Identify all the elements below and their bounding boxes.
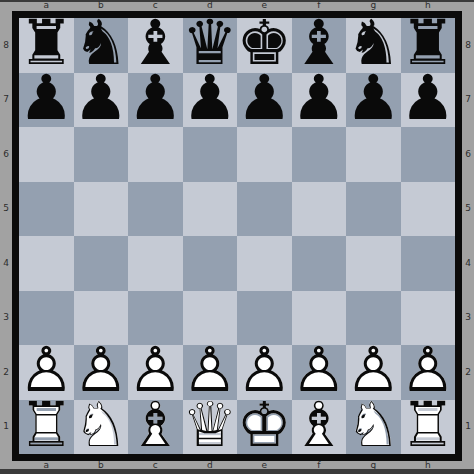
piece-glyph-fill: ♟ — [291, 343, 347, 398]
square-g5[interactable] — [346, 182, 401, 237]
square-d8[interactable]: ♛ — [183, 18, 238, 73]
rank-label-6-left: 6 — [0, 127, 12, 182]
piece-glyph-fill: ♟ — [236, 71, 292, 126]
square-f1[interactable]: ♝♗ — [292, 400, 347, 455]
square-f2[interactable]: ♟♙ — [292, 345, 347, 400]
rank-label-3-right: 3 — [462, 291, 474, 346]
rank-labels-left: 87654321 — [0, 18, 12, 454]
piece-black-pawn: ♟ — [183, 73, 238, 128]
piece-glyph-fill: ♟ — [127, 343, 183, 398]
square-c1[interactable]: ♝♗ — [128, 400, 183, 455]
square-h6[interactable] — [401, 127, 456, 182]
square-c2[interactable]: ♟♙ — [128, 345, 183, 400]
piece-glyph-outline: ♙ — [345, 343, 401, 398]
piece-glyph-fill: ♚ — [236, 16, 292, 71]
rank-label-5-left: 5 — [0, 182, 12, 237]
rank-label-4-left: 4 — [0, 236, 12, 291]
piece-white-knight: ♞♘ — [74, 400, 129, 455]
square-e3[interactable] — [237, 291, 292, 346]
piece-glyph-fill: ♟ — [400, 71, 456, 126]
square-a1[interactable]: ♜♖ — [19, 400, 74, 455]
square-h7[interactable]: ♟ — [401, 73, 456, 128]
piece-glyph-fill: ♚ — [236, 398, 292, 453]
piece-glyph-outline: ♕ — [182, 398, 238, 453]
square-c3[interactable] — [128, 291, 183, 346]
square-h5[interactable] — [401, 182, 456, 237]
piece-black-pawn: ♟ — [74, 73, 129, 128]
piece-glyph-fill: ♜ — [18, 16, 74, 71]
rank-label-5-right: 5 — [462, 182, 474, 237]
piece-glyph-outline: ♖ — [18, 398, 74, 453]
piece-glyph-fill: ♟ — [127, 71, 183, 126]
square-f8[interactable]: ♝ — [292, 18, 347, 73]
square-f3[interactable] — [292, 291, 347, 346]
rank-label-6-right: 6 — [462, 127, 474, 182]
piece-white-pawn: ♟♙ — [74, 345, 129, 400]
piece-white-pawn: ♟♙ — [401, 345, 456, 400]
square-e4[interactable] — [237, 236, 292, 291]
square-b8[interactable]: ♞ — [74, 18, 129, 73]
square-e8[interactable]: ♚ — [237, 18, 292, 73]
square-a7[interactable]: ♟ — [19, 73, 74, 128]
piece-black-pawn: ♟ — [237, 73, 292, 128]
piece-glyph-outline: ♔ — [236, 398, 292, 453]
square-e5[interactable] — [237, 182, 292, 237]
square-d7[interactable]: ♟ — [183, 73, 238, 128]
rank-label-2-left: 2 — [0, 345, 12, 400]
square-f4[interactable] — [292, 236, 347, 291]
piece-glyph-fill: ♟ — [345, 343, 401, 398]
square-a8[interactable]: ♜ — [19, 18, 74, 73]
piece-glyph-outline: ♙ — [400, 343, 456, 398]
square-e1[interactable]: ♚♔ — [237, 400, 292, 455]
piece-black-rook: ♜ — [19, 18, 74, 73]
square-c4[interactable] — [128, 236, 183, 291]
piece-glyph-fill: ♟ — [73, 71, 129, 126]
piece-glyph-outline: ♙ — [182, 343, 238, 398]
square-e7[interactable]: ♟ — [237, 73, 292, 128]
piece-glyph-fill: ♞ — [345, 16, 401, 71]
square-e2[interactable]: ♟♙ — [237, 345, 292, 400]
piece-glyph-fill: ♟ — [291, 71, 347, 126]
piece-glyph-fill: ♟ — [236, 343, 292, 398]
square-c7[interactable]: ♟ — [128, 73, 183, 128]
piece-black-king: ♚ — [237, 18, 292, 73]
piece-black-pawn: ♟ — [401, 73, 456, 128]
piece-glyph-fill: ♜ — [400, 398, 456, 453]
square-g4[interactable] — [346, 236, 401, 291]
file-labels-top: abcdefgh — [19, 1, 455, 10]
piece-white-knight: ♞♘ — [346, 400, 401, 455]
piece-glyph-fill: ♜ — [18, 398, 74, 453]
piece-white-bishop: ♝♗ — [128, 400, 183, 455]
square-d3[interactable] — [183, 291, 238, 346]
square-g3[interactable] — [346, 291, 401, 346]
piece-black-queen: ♛ — [183, 18, 238, 73]
square-a5[interactable] — [19, 182, 74, 237]
square-a4[interactable] — [19, 236, 74, 291]
square-b3[interactable] — [74, 291, 129, 346]
piece-glyph-outline: ♘ — [345, 398, 401, 453]
piece-black-knight: ♞ — [74, 18, 129, 73]
piece-white-pawn: ♟♙ — [346, 345, 401, 400]
piece-black-pawn: ♟ — [292, 73, 347, 128]
chess-board: ♜♞♝♛♚♝♞♜♟♟♟♟♟♟♟♟♟♙♟♙♟♙♟♙♟♙♟♙♟♙♟♙♜♖♞♘♝♗♛♕… — [19, 18, 455, 454]
piece-white-pawn: ♟♙ — [292, 345, 347, 400]
piece-white-rook: ♜♖ — [19, 400, 74, 455]
piece-glyph-fill: ♞ — [345, 398, 401, 453]
square-a6[interactable] — [19, 127, 74, 182]
piece-black-pawn: ♟ — [346, 73, 401, 128]
square-h2[interactable]: ♟♙ — [401, 345, 456, 400]
rank-label-8-left: 8 — [0, 18, 12, 73]
piece-white-rook: ♜♖ — [401, 400, 456, 455]
square-c5[interactable] — [128, 182, 183, 237]
square-c6[interactable] — [128, 127, 183, 182]
board-frame: ♜♞♝♛♚♝♞♜♟♟♟♟♟♟♟♟♟♙♟♙♟♙♟♙♟♙♟♙♟♙♟♙♜♖♞♘♝♗♛♕… — [12, 11, 462, 461]
piece-glyph-fill: ♟ — [73, 343, 129, 398]
file-label-f-top: f — [292, 1, 347, 10]
square-g2[interactable]: ♟♙ — [346, 345, 401, 400]
square-f6[interactable] — [292, 127, 347, 182]
piece-glyph-fill: ♜ — [400, 16, 456, 71]
piece-black-pawn: ♟ — [128, 73, 183, 128]
file-label-d-top: d — [183, 1, 238, 10]
square-b2[interactable]: ♟♙ — [74, 345, 129, 400]
square-g1[interactable]: ♞♘ — [346, 400, 401, 455]
piece-black-knight: ♞ — [346, 18, 401, 73]
piece-glyph-outline: ♘ — [73, 398, 129, 453]
square-b7[interactable]: ♟ — [74, 73, 129, 128]
piece-glyph-fill: ♝ — [291, 398, 347, 453]
square-h1[interactable]: ♜♖ — [401, 400, 456, 455]
rank-label-1-right: 1 — [462, 400, 474, 455]
square-h3[interactable] — [401, 291, 456, 346]
piece-white-bishop: ♝♗ — [292, 400, 347, 455]
piece-glyph-fill: ♛ — [182, 16, 238, 71]
chess-diagram: abcdefgh 87654321 ♜♞♝♛♚♝♞♜♟♟♟♟♟♟♟♟♟♙♟♙♟♙… — [0, 0, 474, 474]
square-h4[interactable] — [401, 236, 456, 291]
square-b5[interactable] — [74, 182, 129, 237]
piece-glyph-fill: ♝ — [127, 398, 183, 453]
piece-glyph-outline: ♙ — [236, 343, 292, 398]
square-c8[interactable]: ♝ — [128, 18, 183, 73]
rank-label-7-right: 7 — [462, 73, 474, 128]
square-h8[interactable]: ♜ — [401, 18, 456, 73]
square-a3[interactable] — [19, 291, 74, 346]
piece-glyph-fill: ♟ — [18, 343, 74, 398]
piece-glyph-fill: ♞ — [73, 398, 129, 453]
piece-glyph-fill: ♞ — [73, 16, 129, 71]
piece-glyph-outline: ♙ — [18, 343, 74, 398]
piece-black-bishop: ♝ — [128, 18, 183, 73]
piece-glyph-outline: ♗ — [127, 398, 183, 453]
square-g7[interactable]: ♟ — [346, 73, 401, 128]
piece-glyph-outline: ♙ — [127, 343, 183, 398]
piece-glyph-fill: ♝ — [291, 16, 347, 71]
rank-label-2-right: 2 — [462, 345, 474, 400]
square-e6[interactable] — [237, 127, 292, 182]
piece-glyph-outline: ♙ — [291, 343, 347, 398]
file-label-b-top: b — [74, 1, 129, 10]
rank-label-3-left: 3 — [0, 291, 12, 346]
square-d4[interactable] — [183, 236, 238, 291]
piece-glyph-outline: ♗ — [291, 398, 347, 453]
piece-glyph-fill: ♟ — [182, 343, 238, 398]
piece-white-pawn: ♟♙ — [183, 345, 238, 400]
file-label-e-top: e — [237, 1, 292, 10]
square-d6[interactable] — [183, 127, 238, 182]
piece-glyph-fill: ♟ — [345, 71, 401, 126]
piece-glyph-fill: ♟ — [182, 71, 238, 126]
square-g8[interactable]: ♞ — [346, 18, 401, 73]
file-label-g-top: g — [346, 1, 401, 10]
piece-black-bishop: ♝ — [292, 18, 347, 73]
file-label-a-top: a — [19, 1, 74, 10]
rank-label-4-right: 4 — [462, 236, 474, 291]
square-g6[interactable] — [346, 127, 401, 182]
piece-black-pawn: ♟ — [19, 73, 74, 128]
piece-glyph-fill: ♟ — [400, 343, 456, 398]
square-b6[interactable] — [74, 127, 129, 182]
square-b1[interactable]: ♞♘ — [74, 400, 129, 455]
piece-white-pawn: ♟♙ — [128, 345, 183, 400]
square-d5[interactable] — [183, 182, 238, 237]
piece-glyph-fill: ♛ — [182, 398, 238, 453]
rank-labels-right: 87654321 — [462, 18, 474, 454]
piece-glyph-fill: ♝ — [127, 16, 183, 71]
rank-label-7-left: 7 — [0, 73, 12, 128]
square-f5[interactable] — [292, 182, 347, 237]
bottom-edge-bar — [0, 469, 474, 474]
piece-glyph-outline: ♙ — [73, 343, 129, 398]
square-f7[interactable]: ♟ — [292, 73, 347, 128]
piece-glyph-fill: ♟ — [18, 71, 74, 126]
square-b4[interactable] — [74, 236, 129, 291]
square-d1[interactable]: ♛♕ — [183, 400, 238, 455]
rank-label-1-left: 1 — [0, 400, 12, 455]
piece-white-king: ♚♔ — [237, 400, 292, 455]
square-d2[interactable]: ♟♙ — [183, 345, 238, 400]
file-label-h-top: h — [401, 1, 456, 10]
file-label-c-top: c — [128, 1, 183, 10]
rank-label-8-right: 8 — [462, 18, 474, 73]
piece-glyph-outline: ♖ — [400, 398, 456, 453]
piece-white-queen: ♛♕ — [183, 400, 238, 455]
piece-white-pawn: ♟♙ — [19, 345, 74, 400]
piece-black-rook: ♜ — [401, 18, 456, 73]
piece-white-pawn: ♟♙ — [237, 345, 292, 400]
square-a2[interactable]: ♟♙ — [19, 345, 74, 400]
